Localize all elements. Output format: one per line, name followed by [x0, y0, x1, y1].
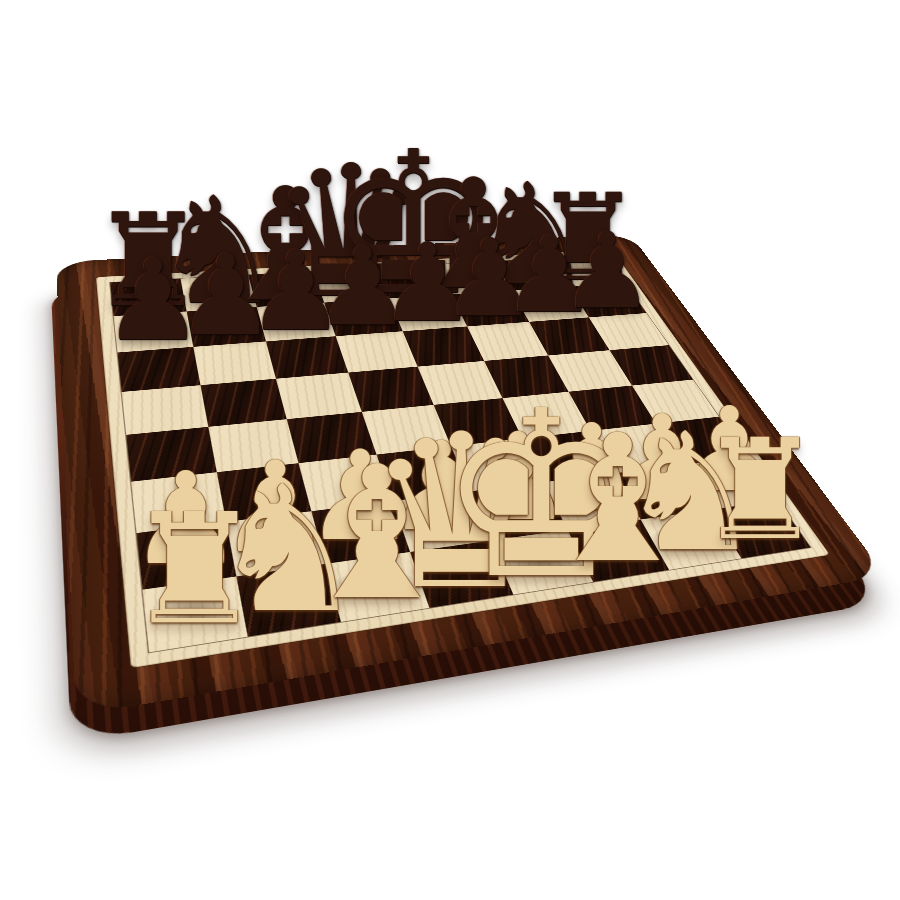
- black-pawn-h7[interactable]: ♟: [555, 219, 660, 324]
- product-photo-scene: ♜♞♝♛♚♝♞♜♟♟♟♟♟♟♟♟♟♟♟♟♟♟♟♟♜♞♝♛♚♝♞♜: [0, 0, 900, 900]
- pieces-layer: ♜♞♝♛♚♝♞♜♟♟♟♟♟♟♟♟♟♟♟♟♟♟♟♟♜♞♝♛♚♝♞♜: [0, 0, 900, 900]
- white-rook-h1[interactable]: ♜: [691, 421, 829, 559]
